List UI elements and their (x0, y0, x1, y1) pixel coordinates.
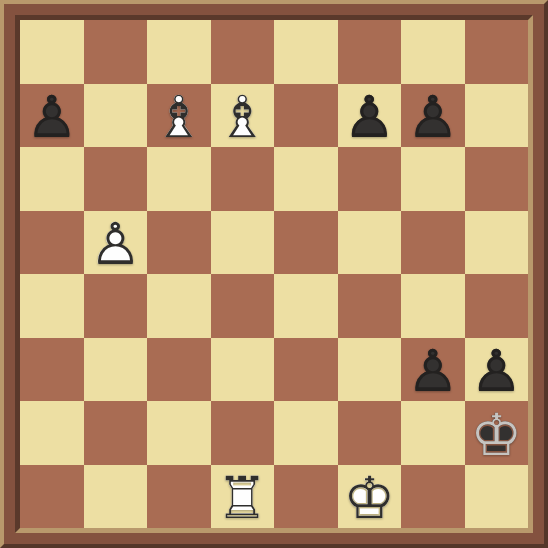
square-h1[interactable] (465, 465, 529, 529)
square-h2[interactable]: ♚♔ (465, 401, 529, 465)
square-g1[interactable] (401, 465, 465, 529)
piece-white-bishop[interactable]: ♝♗ (153, 88, 205, 146)
square-g6[interactable] (401, 147, 465, 211)
white-rook-outline: ♖ (216, 469, 268, 527)
square-c7[interactable]: ♝♗ (147, 84, 211, 148)
square-a3[interactable] (20, 338, 84, 402)
square-a8[interactable] (20, 20, 84, 84)
square-e6[interactable] (274, 147, 338, 211)
square-a7[interactable]: ♟♙ (20, 84, 84, 148)
square-f2[interactable] (338, 401, 402, 465)
square-b4[interactable] (84, 274, 148, 338)
board-inner-edge: ♟♙♝♗♝♗♟♙♟♙♟♙♟♙♟♙♚♔♜♖♚♔ (15, 15, 533, 533)
square-e7[interactable] (274, 84, 338, 148)
square-a2[interactable] (20, 401, 84, 465)
square-d1[interactable]: ♜♖ (211, 465, 275, 529)
square-b2[interactable] (84, 401, 148, 465)
board-frame: ♟♙♝♗♝♗♟♙♟♙♟♙♟♙♟♙♚♔♜♖♚♔ (0, 0, 548, 548)
square-h5[interactable] (465, 211, 529, 275)
square-a1[interactable] (20, 465, 84, 529)
square-c4[interactable] (147, 274, 211, 338)
square-f6[interactable] (338, 147, 402, 211)
black-pawn-outline: ♙ (470, 342, 522, 400)
square-a4[interactable] (20, 274, 84, 338)
square-h4[interactable] (465, 274, 529, 338)
square-f5[interactable] (338, 211, 402, 275)
square-d4[interactable] (211, 274, 275, 338)
square-c6[interactable] (147, 147, 211, 211)
square-h3[interactable]: ♟♙ (465, 338, 529, 402)
black-pawn-outline: ♙ (343, 88, 395, 146)
white-pawn-outline: ♙ (89, 215, 141, 273)
square-a6[interactable] (20, 147, 84, 211)
square-e2[interactable] (274, 401, 338, 465)
square-d5[interactable] (211, 211, 275, 275)
square-c3[interactable] (147, 338, 211, 402)
square-a5[interactable] (20, 211, 84, 275)
square-f4[interactable] (338, 274, 402, 338)
black-king-outline: ♔ (470, 406, 522, 464)
square-f8[interactable] (338, 20, 402, 84)
square-b8[interactable] (84, 20, 148, 84)
white-bishop-outline: ♗ (153, 88, 205, 146)
square-d8[interactable] (211, 20, 275, 84)
square-g5[interactable] (401, 211, 465, 275)
square-f3[interactable] (338, 338, 402, 402)
black-pawn-outline: ♙ (407, 88, 459, 146)
square-g4[interactable] (401, 274, 465, 338)
piece-black-pawn[interactable]: ♟♙ (407, 342, 459, 400)
square-e8[interactable] (274, 20, 338, 84)
square-h7[interactable] (465, 84, 529, 148)
square-c5[interactable] (147, 211, 211, 275)
square-b3[interactable] (84, 338, 148, 402)
square-f7[interactable]: ♟♙ (338, 84, 402, 148)
square-d7[interactable]: ♝♗ (211, 84, 275, 148)
square-c8[interactable] (147, 20, 211, 84)
square-b5[interactable]: ♟♙ (84, 211, 148, 275)
piece-black-king[interactable]: ♚♔ (470, 406, 522, 464)
square-d2[interactable] (211, 401, 275, 465)
white-king-outline: ♔ (343, 469, 395, 527)
square-e4[interactable] (274, 274, 338, 338)
square-e1[interactable] (274, 465, 338, 529)
square-b6[interactable] (84, 147, 148, 211)
square-f1[interactable]: ♚♔ (338, 465, 402, 529)
piece-black-pawn[interactable]: ♟♙ (407, 88, 459, 146)
square-e3[interactable] (274, 338, 338, 402)
piece-white-pawn[interactable]: ♟♙ (89, 215, 141, 273)
square-b1[interactable] (84, 465, 148, 529)
piece-white-king[interactable]: ♚♔ (343, 469, 395, 527)
square-g7[interactable]: ♟♙ (401, 84, 465, 148)
white-bishop-outline: ♗ (216, 88, 268, 146)
square-h6[interactable] (465, 147, 529, 211)
piece-black-pawn[interactable]: ♟♙ (470, 342, 522, 400)
black-pawn-outline: ♙ (407, 342, 459, 400)
piece-white-bishop[interactable]: ♝♗ (216, 88, 268, 146)
chess-board: ♟♙♝♗♝♗♟♙♟♙♟♙♟♙♟♙♚♔♜♖♚♔ (20, 20, 528, 528)
chessboard-screenshot: ♟♙♝♗♝♗♟♙♟♙♟♙♟♙♟♙♚♔♜♖♚♔ (0, 0, 548, 548)
square-g3[interactable]: ♟♙ (401, 338, 465, 402)
black-pawn-outline: ♙ (26, 88, 78, 146)
square-b7[interactable] (84, 84, 148, 148)
square-h8[interactable] (465, 20, 529, 84)
square-c1[interactable] (147, 465, 211, 529)
square-g8[interactable] (401, 20, 465, 84)
piece-white-rook[interactable]: ♜♖ (216, 469, 268, 527)
piece-black-pawn[interactable]: ♟♙ (343, 88, 395, 146)
square-d6[interactable] (211, 147, 275, 211)
piece-black-pawn[interactable]: ♟♙ (26, 88, 78, 146)
square-g2[interactable] (401, 401, 465, 465)
square-c2[interactable] (147, 401, 211, 465)
square-e5[interactable] (274, 211, 338, 275)
square-d3[interactable] (211, 338, 275, 402)
